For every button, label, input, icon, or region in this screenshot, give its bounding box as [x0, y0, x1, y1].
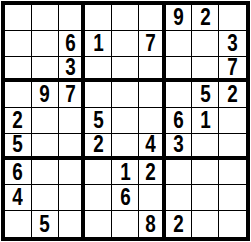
- cell-r5c3[interactable]: [59, 108, 86, 134]
- cell-r2c3: 6: [59, 31, 86, 57]
- cell-r3c7[interactable]: [166, 57, 193, 83]
- cell-r5c8: 1: [192, 108, 219, 134]
- cell-r7c6: 2: [139, 160, 166, 186]
- cell-r1c2[interactable]: [32, 5, 59, 31]
- cell-r2c6: 7: [139, 31, 166, 57]
- cell-r6c5[interactable]: [112, 134, 139, 160]
- cell-r5c7: 6: [166, 108, 193, 134]
- given-digit: 3: [65, 57, 75, 79]
- given-digit: 6: [65, 32, 75, 55]
- sudoku-board: 9261733797522561524361246582: [1, 1, 250, 241]
- cell-r4c5[interactable]: [112, 82, 139, 108]
- cell-r7c5: 1: [112, 160, 139, 186]
- cell-r3c6[interactable]: [139, 57, 166, 83]
- given-digit: 9: [173, 6, 183, 29]
- cell-r2c9: 3: [219, 31, 246, 57]
- sudoku-page: 9261733797522561524361246582: [0, 0, 251, 242]
- cell-r5c6[interactable]: [139, 108, 166, 134]
- cell-r6c4: 2: [85, 134, 112, 160]
- given-digit: 6: [173, 109, 183, 132]
- cell-r9c1[interactable]: [5, 211, 32, 237]
- cell-r6c3[interactable]: [59, 134, 86, 160]
- given-digit: 7: [65, 83, 75, 106]
- given-digit: 2: [93, 134, 103, 156]
- cell-r1c5[interactable]: [112, 5, 139, 31]
- given-digit: 1: [200, 109, 210, 132]
- cell-r2c4: 1: [85, 31, 112, 57]
- cell-r4c2: 9: [32, 82, 59, 108]
- cell-r8c2[interactable]: [32, 185, 59, 211]
- cell-r8c5: 6: [112, 185, 139, 211]
- cell-r7c9[interactable]: [219, 160, 246, 186]
- cell-r7c3[interactable]: [59, 160, 86, 186]
- cell-r8c7[interactable]: [166, 185, 193, 211]
- given-digit: 6: [13, 161, 23, 184]
- given-digit: 3: [227, 32, 237, 55]
- cell-r3c5[interactable]: [112, 57, 139, 83]
- cell-r8c6[interactable]: [139, 185, 166, 211]
- cell-r2c1[interactable]: [5, 31, 32, 57]
- cell-r9c6: 8: [139, 211, 166, 237]
- cell-r5c5[interactable]: [112, 108, 139, 134]
- cell-r1c9[interactable]: [219, 5, 246, 31]
- given-digit: 2: [200, 6, 210, 29]
- cell-r5c9[interactable]: [219, 108, 246, 134]
- cell-r3c1[interactable]: [5, 57, 32, 83]
- cell-r6c9[interactable]: [219, 134, 246, 160]
- cell-r9c5[interactable]: [112, 211, 139, 237]
- cell-r2c8[interactable]: [192, 31, 219, 57]
- cell-r2c5[interactable]: [112, 31, 139, 57]
- cell-r6c1: 5: [5, 134, 32, 160]
- cell-r7c1: 6: [5, 160, 32, 186]
- given-digit: 5: [200, 83, 210, 106]
- given-digit: 5: [39, 213, 49, 236]
- cell-r8c8[interactable]: [192, 185, 219, 211]
- given-digit: 9: [39, 83, 49, 106]
- cell-r9c4[interactable]: [85, 211, 112, 237]
- cell-r2c7[interactable]: [166, 31, 193, 57]
- cell-r9c8[interactable]: [192, 211, 219, 237]
- cell-r3c4[interactable]: [85, 57, 112, 83]
- cell-r4c8: 5: [192, 82, 219, 108]
- cell-r2c2[interactable]: [32, 31, 59, 57]
- given-digit: 4: [13, 186, 23, 209]
- cell-r7c7[interactable]: [166, 160, 193, 186]
- cell-r3c3: 3: [59, 57, 86, 83]
- cell-r8c1: 4: [5, 185, 32, 211]
- cell-r5c4: 5: [85, 108, 112, 134]
- given-digit: 4: [145, 134, 155, 156]
- given-digit: 3: [173, 134, 183, 156]
- cell-r1c7: 9: [166, 5, 193, 31]
- cell-r5c1: 2: [5, 108, 32, 134]
- cell-r9c2: 5: [32, 211, 59, 237]
- cell-r5c2[interactable]: [32, 108, 59, 134]
- cell-r4c3: 7: [59, 82, 86, 108]
- cell-r6c2[interactable]: [32, 134, 59, 160]
- cell-r7c2[interactable]: [32, 160, 59, 186]
- cell-r6c7: 3: [166, 134, 193, 160]
- given-digit: 2: [13, 109, 23, 132]
- given-digit: 5: [13, 134, 23, 156]
- cell-r4c9: 2: [219, 82, 246, 108]
- given-digit: 7: [145, 32, 155, 55]
- given-digit: 2: [173, 213, 183, 236]
- cell-r1c6[interactable]: [139, 5, 166, 31]
- given-digit: 5: [93, 109, 103, 132]
- cell-r4c6[interactable]: [139, 82, 166, 108]
- cell-r8c3[interactable]: [59, 185, 86, 211]
- given-digit: 6: [120, 186, 130, 209]
- cell-r3c8[interactable]: [192, 57, 219, 83]
- cell-r6c8[interactable]: [192, 134, 219, 160]
- cell-r9c3[interactable]: [59, 211, 86, 237]
- given-digit: 2: [145, 161, 155, 184]
- cell-r7c4[interactable]: [85, 160, 112, 186]
- cell-r1c4[interactable]: [85, 5, 112, 31]
- cell-r4c7[interactable]: [166, 82, 193, 108]
- cell-r4c4[interactable]: [85, 82, 112, 108]
- given-digit: 8: [145, 213, 155, 236]
- cell-r8c9[interactable]: [219, 185, 246, 211]
- cell-r3c2[interactable]: [32, 57, 59, 83]
- cell-r1c1[interactable]: [5, 5, 32, 31]
- cell-r1c8: 2: [192, 5, 219, 31]
- cell-r7c8[interactable]: [192, 160, 219, 186]
- cell-r1c3[interactable]: [59, 5, 86, 31]
- cell-r4c1[interactable]: [5, 82, 32, 108]
- given-digit: 7: [227, 57, 237, 79]
- cell-r8c4[interactable]: [85, 185, 112, 211]
- cell-r3c9: 7: [219, 57, 246, 83]
- given-digit: 1: [120, 161, 130, 184]
- given-digit: 1: [93, 32, 103, 55]
- cell-r6c6: 4: [139, 134, 166, 160]
- cell-r9c7: 2: [166, 211, 193, 237]
- given-digit: 2: [227, 83, 237, 106]
- cell-r9c9[interactable]: [219, 211, 246, 237]
